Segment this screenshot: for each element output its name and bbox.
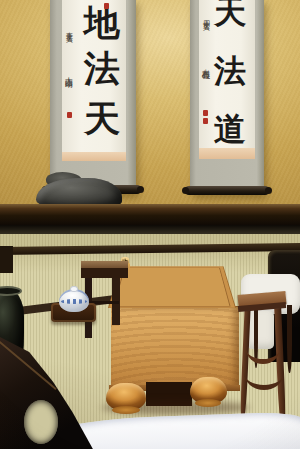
tea-bowl-blue-pattern	[61, 299, 87, 304]
scroll-signature-name: 木村義雄	[200, 62, 210, 106]
scroll-signature-title: 十五世名人	[64, 26, 74, 68]
red-seal	[67, 112, 72, 118]
scroll-char: 法	[80, 46, 124, 92]
shogi-board-front-face	[111, 306, 239, 387]
scroll-inner-border	[62, 152, 126, 161]
scroll-char: 地	[80, 0, 124, 46]
calligraphy-scroll-left: 地 法 天 十五世名人 大山康晴	[50, 0, 136, 194]
match-room-photo: 地 法 天 十五世名人 大山康晴 天 法 道 十四世名人 木村義雄	[0, 0, 300, 449]
tea-bowl	[59, 289, 89, 312]
komadai-leg	[287, 305, 292, 373]
tea-bowl-lid-knob	[70, 286, 78, 292]
scroll-char: 天	[80, 96, 124, 142]
left-piece-stand-edge	[81, 268, 128, 278]
scroll-signature-title: 十四世名人	[201, 14, 211, 58]
scroll-roller	[185, 186, 269, 195]
scroll-char: 天	[208, 0, 252, 37]
red-seal	[203, 118, 208, 124]
red-seal	[203, 110, 208, 116]
roller-knob	[182, 187, 189, 194]
shogi-board-grid: 香桂銀金王金銀桂香飛角歩歩歩歩歩歩歩歩歩歩歩歩歩歩歩歩歩歩角飛香桂銀金玉金銀桂香	[113, 268, 230, 307]
alcove-beam	[0, 204, 300, 225]
distant-table-corner	[0, 246, 13, 273]
table-leg-opening	[24, 400, 58, 444]
calligraphy-scroll-right: 天 法 道 十四世名人 木村義雄	[190, 0, 264, 195]
white-cushion	[247, 311, 274, 349]
scroll-char: 道	[208, 108, 252, 154]
scroll-char: 法	[208, 50, 252, 96]
board-leg-foot	[195, 399, 221, 407]
roller-knob	[265, 187, 272, 194]
scroll-signature-name: 大山康晴	[63, 70, 73, 110]
roller-knob	[137, 186, 144, 193]
red-seal	[104, 3, 109, 9]
board-leg-foot	[112, 406, 140, 414]
